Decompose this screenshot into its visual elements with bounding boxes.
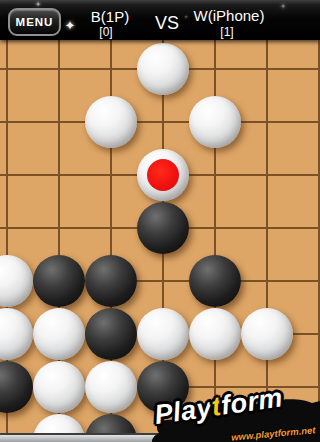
gomoku-board[interactable] xyxy=(0,40,320,442)
header-bar: MENU B(1P) [0] VS W(iPhone) [1] xyxy=(0,0,320,40)
black-score: [0] xyxy=(56,25,156,39)
white-score: [1] xyxy=(177,25,277,39)
menu-button[interactable]: MENU xyxy=(8,8,61,36)
app-screen: MENU B(1P) [0] VS W(iPhone) [1] ✦ ✦ ✦ ✦ … xyxy=(0,0,320,442)
white-player-label: W(iPhone) xyxy=(179,7,279,24)
playtform-watermark: Playtform www.playtform.net xyxy=(152,398,320,442)
